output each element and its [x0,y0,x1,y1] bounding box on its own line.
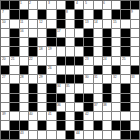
letter-cell-r3c3[interactable] [29,29,37,37]
letter-cell-r5c7[interactable] [66,47,74,55]
blocked-cell-r9c5 [47,84,55,92]
clue-number-43: 43 [20,131,24,134]
clue-number-16: 16 [20,29,24,32]
blocked-cell-r3c5 [47,29,55,37]
letter-cell-r11c4[interactable] [38,103,46,111]
letter-cell-r4c14[interactable] [131,38,139,46]
letter-cell-r12c0[interactable]: 39 [1,112,9,120]
clue-number-15: 15 [113,20,117,23]
letter-cell-r9c0[interactable] [1,84,9,92]
letter-cell-r12c5[interactable]: 41 [47,112,55,120]
clue-number-25: 25 [122,57,126,60]
blocked-cell-r7c12 [112,66,120,74]
letter-cell-r5c5[interactable]: 19 [47,47,55,55]
letter-cell-r12c13[interactable] [121,112,129,120]
letter-cell-r12c7[interactable] [66,112,74,120]
letter-cell-r5c6[interactable] [57,47,65,55]
blocked-cell-r4c11 [103,38,111,46]
letter-cell-r10c12[interactable] [112,94,120,102]
letter-cell-r0c8[interactable]: 4 [75,1,83,9]
letter-cell-r0c10[interactable] [94,1,102,9]
blocked-cell-r7c4 [38,66,46,74]
letter-cell-r14c9[interactable] [84,131,92,139]
letter-cell-r9c2[interactable] [20,84,28,92]
letter-cell-r2c1[interactable] [10,20,18,28]
blocked-cell-r4c9 [84,38,92,46]
letter-cell-r0c2[interactable]: 1 [20,1,28,9]
letter-cell-r10c2[interactable] [20,94,28,102]
letter-cell-r3c0[interactable] [1,29,9,37]
clue-number-17: 17 [57,29,61,32]
letter-cell-r7c13[interactable] [121,66,129,74]
letter-cell-r5c10[interactable] [94,47,102,55]
letter-cell-r8c11[interactable] [103,75,111,83]
clue-number-33: 33 [131,75,135,78]
clue-number-35: 35 [66,84,70,87]
blocked-cell-r10c1 [10,94,18,102]
blocked-cell-r2c6 [57,20,65,28]
letter-cell-r9c7[interactable]: 35 [66,84,74,92]
blocked-cell-r13c8 [75,121,83,129]
clue-number-1: 1 [20,1,22,4]
letter-cell-r3c7[interactable] [66,29,74,37]
clue-number-7: 7 [2,10,4,13]
blocked-cell-r1c1 [10,10,18,18]
letter-cell-r13c7[interactable] [66,121,74,129]
letter-cell-r9c10[interactable] [94,84,102,92]
clue-number-10: 10 [2,20,6,23]
letter-cell-r0c9[interactable]: 5 [84,1,92,9]
blocked-cell-r13c12 [112,121,120,129]
letter-cell-r2c9[interactable]: 13 [84,20,92,28]
blocked-cell-r7c10 [94,66,102,74]
letter-cell-r6c14[interactable] [131,57,139,65]
blocked-cell-r9c11 [103,84,111,92]
blocked-cell-r3c11 [103,29,111,37]
letter-cell-r8c9[interactable]: 30 [84,75,92,83]
letter-cell-r5c0[interactable] [1,47,9,55]
clue-number-9: 9 [131,10,133,13]
letter-cell-r12c3[interactable]: 40 [29,112,37,120]
letter-cell-r3c8[interactable] [75,29,83,37]
blocked-cell-r10c5 [47,94,55,102]
letter-cell-r12c2[interactable] [20,112,28,120]
blocked-cell-r8c8 [75,75,83,83]
clue-number-34: 34 [57,84,61,87]
letter-cell-r4c12[interactable] [112,38,120,46]
blocked-cell-r7c0 [1,66,9,74]
letter-cell-r4c2[interactable] [20,38,28,46]
blocked-cell-r11c13 [121,103,129,111]
blocked-cell-r3c1 [10,29,18,37]
letter-cell-r8c14[interactable]: 33 [131,75,139,83]
letter-cell-r7c7[interactable] [66,66,74,74]
clue-number-6: 6 [103,1,105,4]
clue-number-2: 2 [29,1,31,4]
blocked-cell-r11c5 [47,103,55,111]
blocked-cell-r4c8 [75,38,83,46]
clue-number-44: 44 [76,131,80,134]
blocked-cell-r10c9 [84,94,92,102]
letter-cell-r5c12[interactable] [112,47,120,55]
letter-cell-r0c3[interactable]: 2 [29,1,37,9]
blocked-cell-r13c2 [20,121,28,129]
clue-number-40: 40 [29,112,33,115]
crossword-board: 1234567891011121314151617181920212223242… [0,0,140,140]
letter-cell-r11c2[interactable] [20,103,28,111]
letter-cell-r8c10[interactable]: 31 [94,75,102,83]
letter-cell-r4c4[interactable] [38,38,46,46]
letter-cell-r10c0[interactable] [1,94,9,102]
clue-number-30: 30 [85,75,89,78]
clue-number-8: 8 [66,10,68,13]
letter-cell-r3c6[interactable]: 17 [57,29,65,37]
blocked-cell-r14c13 [121,131,129,139]
letter-cell-r3c10[interactable] [94,29,102,37]
clue-number-31: 31 [94,75,98,78]
blocked-cell-r0c1 [10,1,18,9]
letter-cell-r5c2[interactable] [20,47,28,55]
blocked-cell-r0c0 [1,1,9,9]
letter-cell-r11c8[interactable] [75,103,83,111]
letter-cell-r11c0[interactable] [1,103,9,111]
letter-cell-r7c9[interactable] [84,66,92,74]
letter-cell-r9c4[interactable] [38,84,46,92]
letter-cell-r0c5[interactable]: 3 [47,1,55,9]
letter-cell-r9c8[interactable] [75,84,83,92]
clue-number-24: 24 [103,57,107,60]
letter-cell-r5c4[interactable]: 18 [38,47,46,55]
blocked-cell-r4c6 [57,38,65,46]
clue-number-41: 41 [48,112,52,115]
letter-cell-r2c14[interactable] [131,20,139,28]
clue-number-28: 28 [20,75,24,78]
blocked-cell-r14c0 [1,131,9,139]
blocked-cell-r5c1 [10,47,18,55]
letter-cell-r9c14[interactable] [131,84,139,92]
blocked-cell-r1c6 [57,10,65,18]
blocked-cell-r12c6 [57,112,65,120]
letter-cell-r1c5[interactable] [47,10,55,18]
letter-cell-r1c3[interactable] [29,10,37,18]
blocked-cell-r5c9 [84,47,92,55]
letter-cell-r8c3[interactable] [29,75,37,83]
letter-cell-r8c1[interactable] [10,75,18,83]
letter-cell-r8c0[interactable]: 27 [1,75,9,83]
letter-cell-r2c5[interactable] [47,20,55,28]
blocked-cell-r6c7 [66,57,74,65]
blocked-cell-r4c1 [10,38,18,46]
letter-cell-r8c2[interactable]: 28 [20,75,28,83]
letter-cell-r2c7[interactable] [66,20,74,28]
clue-number-19: 19 [48,47,52,50]
blocked-cell-r4c13 [121,38,129,46]
letter-cell-r9c12[interactable] [112,84,120,92]
letter-cell-r4c10[interactable] [94,38,102,46]
letter-cell-r11c10[interactable]: 37 [94,103,102,111]
clue-number-29: 29 [39,75,43,78]
letter-cell-r2c3[interactable] [29,20,37,28]
letter-cell-r6c2[interactable] [20,57,28,65]
clue-number-38: 38 [103,103,107,106]
letter-cell-r6c10[interactable] [94,57,102,65]
letter-cell-r10c10[interactable] [94,94,102,102]
letter-cell-r6c11[interactable]: 24 [103,57,111,65]
clue-number-36: 36 [57,103,61,106]
blocked-cell-r10c3 [29,94,37,102]
letter-cell-r1c9[interactable] [84,10,92,18]
blocked-cell-r14c14 [131,131,139,139]
blocked-cell-r8c7 [66,75,74,83]
blocked-cell-r11c1 [10,103,18,111]
blocked-cell-r11c3 [29,103,37,111]
letter-cell-r6c5[interactable] [47,57,55,65]
blocked-cell-r7c14 [131,66,139,74]
letter-cell-r14c12[interactable] [112,131,120,139]
blocked-cell-r13c1 [10,121,18,129]
letter-cell-r13c5[interactable] [47,121,55,129]
letter-cell-r12c12[interactable] [112,112,120,120]
blocked-cell-r1c12 [112,10,120,18]
letter-cell-r13c3[interactable] [29,121,37,129]
letter-cell-r2c0[interactable]: 10 [1,20,9,28]
letter-cell-r6c1[interactable]: 21 [10,57,18,65]
letter-cell-r8c13[interactable] [121,75,129,83]
letter-cell-r14c6[interactable] [57,131,65,139]
clue-number-4: 4 [76,1,78,4]
letter-cell-r3c14[interactable] [131,29,139,37]
blocked-cell-r3c9 [84,29,92,37]
blocked-cell-r13c4 [38,121,46,129]
blocked-cell-r13c13 [121,121,129,129]
letter-cell-r12c4[interactable] [38,112,46,120]
letter-cell-r1c11[interactable] [103,10,111,18]
clue-number-11: 11 [20,20,23,23]
blocked-cell-r10c13 [121,94,129,102]
letter-cell-r9c6[interactable]: 34 [57,84,65,92]
letter-cell-r7c11[interactable] [103,66,111,74]
letter-cell-r1c0[interactable]: 7 [1,10,9,18]
letter-cell-r8c12[interactable]: 32 [112,75,120,83]
blocked-cell-r4c5 [47,38,55,46]
letter-cell-r13c14[interactable] [131,121,139,129]
letter-cell-r4c7[interactable] [66,38,74,46]
letter-cell-r11c7[interactable] [66,103,74,111]
clue-number-14: 14 [94,20,98,23]
blocked-cell-r13c10 [94,121,102,129]
clue-number-42: 42 [85,112,89,115]
letter-cell-r5c14[interactable] [131,47,139,55]
clue-number-18: 18 [39,47,43,50]
clue-number-39: 39 [2,112,6,115]
clue-number-5: 5 [85,1,87,4]
letter-cell-r1c7[interactable]: 8 [66,10,74,18]
blocked-cell-r4c3 [29,38,37,46]
letter-cell-r2c12[interactable]: 15 [112,20,120,28]
letter-cell-r2c4[interactable]: 12 [38,20,46,28]
blocked-cell-r1c8 [75,10,83,18]
letter-cell-r2c11[interactable] [103,20,111,28]
letter-cell-r3c2[interactable]: 16 [20,29,28,37]
letter-cell-r13c9[interactable] [84,121,92,129]
clue-number-3: 3 [48,1,50,4]
letter-cell-r14c5[interactable] [47,131,55,139]
blocked-cell-r1c10 [94,10,102,18]
blocked-cell-r5c3 [29,47,37,55]
blocked-cell-r9c13 [121,84,129,92]
letter-cell-r14c8[interactable]: 44 [75,131,83,139]
blocked-cell-r13c6 [57,121,65,129]
clue-number-26: 26 [48,66,52,69]
letter-cell-r11c11[interactable]: 38 [103,103,111,111]
letter-cell-r11c6[interactable]: 36 [57,103,65,111]
blocked-cell-r6c6 [57,57,65,65]
letter-cell-r14c10[interactable] [94,131,102,139]
letter-cell-r11c12[interactable] [112,103,120,111]
blocked-cell-r0c7 [66,1,74,9]
letter-cell-r10c14[interactable] [131,94,139,102]
letter-cell-r12c11[interactable] [103,112,111,120]
letter-cell-r14c11[interactable] [103,131,111,139]
blocked-cell-r6c8 [75,57,83,65]
letter-cell-r6c12[interactable] [112,57,120,65]
letter-cell-r7c5[interactable]: 26 [47,66,55,74]
letter-cell-r10c7[interactable] [66,94,74,102]
letter-cell-r7c8[interactable] [75,66,83,74]
blocked-cell-r9c1 [10,84,18,92]
letter-cell-r2c13[interactable] [121,20,129,28]
blocked-cell-r5c13 [121,47,129,55]
letter-cell-r0c11[interactable]: 6 [103,1,111,9]
letter-cell-r7c6[interactable] [57,66,65,74]
letter-cell-r4c0[interactable] [1,38,9,46]
clue-number-23: 23 [85,57,89,60]
letter-cell-r2c10[interactable]: 14 [94,20,102,28]
letter-cell-r6c0[interactable]: 20 [1,57,9,65]
letter-cell-r5c8[interactable] [75,47,83,55]
letter-cell-r8c4[interactable]: 29 [38,75,46,83]
clue-number-20: 20 [2,57,6,60]
letter-cell-r9c9[interactable] [84,84,92,92]
letter-cell-r0c12[interactable] [112,1,120,9]
blocked-cell-r3c13 [121,29,129,37]
blocked-cell-r1c4 [38,10,46,18]
letter-cell-r14c4[interactable] [38,131,46,139]
blocked-cell-r2c8 [75,20,83,28]
letter-cell-r3c4[interactable] [38,29,46,37]
blocked-cell-r0c14 [131,1,139,9]
blocked-cell-r5c11 [103,47,111,55]
clue-number-13: 13 [85,20,89,23]
blocked-cell-r7c2 [20,66,28,74]
clue-number-22: 22 [29,57,33,60]
letter-cell-r6c4[interactable] [38,57,46,65]
clue-number-32: 32 [113,75,117,78]
blocked-cell-r9c3 [29,84,37,92]
letter-cell-r8c5[interactable] [47,75,55,83]
letter-cell-r1c14[interactable]: 9 [131,10,139,18]
blocked-cell-r1c2 [20,10,28,18]
blocked-cell-r14c1 [10,131,18,139]
letter-cell-r0c4[interactable] [38,1,46,9]
letter-cell-r12c9[interactable]: 42 [84,112,92,120]
letter-cell-r6c3[interactable]: 22 [29,57,37,65]
crossword-grid: 1234567891011121314151617181920212223242… [0,0,140,140]
letter-cell-r12c14[interactable] [131,112,139,120]
blocked-cell-r14c7 [66,131,74,139]
letter-cell-r6c13[interactable]: 25 [121,57,129,65]
blocked-cell-r12c8 [75,112,83,120]
blocked-cell-r0c13 [121,1,129,9]
clue-number-37: 37 [94,103,98,106]
letter-cell-r7c1[interactable] [10,66,18,74]
clue-number-12: 12 [39,20,43,23]
letter-cell-r7c3[interactable] [29,66,37,74]
blocked-cell-r10c11 [103,94,111,102]
letter-cell-r2c2[interactable]: 11 [20,20,28,28]
blocked-cell-r10c8 [75,94,83,102]
letter-cell-r3c12[interactable] [112,29,120,37]
letter-cell-r12c10[interactable] [94,112,102,120]
blocked-cell-r11c9 [84,103,92,111]
letter-cell-r14c3[interactable] [29,131,37,139]
blocked-cell-r1c13 [121,10,129,18]
letter-cell-r6c9[interactable]: 23 [84,57,92,65]
letter-cell-r11c14[interactable] [131,103,139,111]
letter-cell-r13c0[interactable] [1,121,9,129]
letter-cell-r10c4[interactable] [38,94,46,102]
blocked-cell-r8c6 [57,75,65,83]
letter-cell-r12c1[interactable] [10,112,18,120]
letter-cell-r14c2[interactable]: 43 [20,131,28,139]
clue-number-27: 27 [2,75,6,78]
letter-cell-r13c11[interactable] [103,121,111,129]
letter-cell-r0c6[interactable] [57,1,65,9]
blocked-cell-r10c6 [57,94,65,102]
clue-number-21: 21 [11,57,15,60]
